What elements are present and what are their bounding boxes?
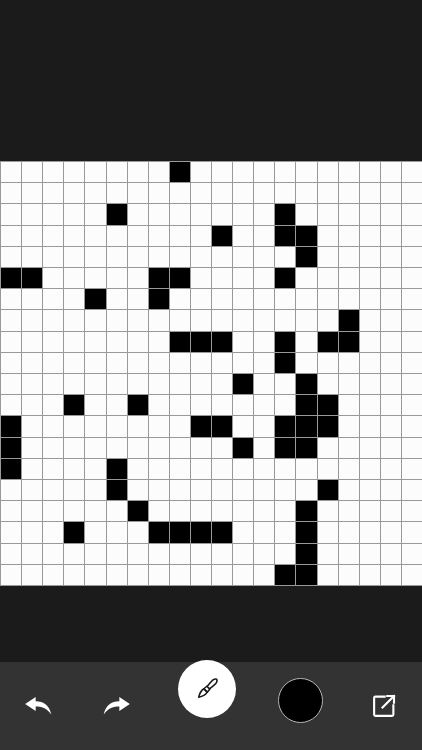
grid-cell[interactable] bbox=[191, 268, 211, 288]
grid-cell[interactable] bbox=[360, 544, 380, 564]
grid-cell[interactable] bbox=[1, 204, 21, 224]
grid-cell[interactable] bbox=[275, 310, 295, 330]
grid-cell[interactable] bbox=[275, 438, 295, 458]
grid-cell[interactable] bbox=[381, 183, 401, 203]
grid-cell[interactable] bbox=[1, 544, 21, 564]
grid-cell[interactable] bbox=[64, 162, 84, 182]
grid-cell[interactable] bbox=[85, 289, 105, 309]
grid-cell[interactable] bbox=[296, 289, 316, 309]
grid-cell[interactable] bbox=[296, 353, 316, 373]
grid-cell[interactable] bbox=[254, 416, 274, 436]
grid-cell[interactable] bbox=[85, 374, 105, 394]
grid-cell[interactable] bbox=[22, 565, 42, 585]
grid-cell[interactable] bbox=[170, 353, 190, 373]
grid-cell[interactable] bbox=[85, 480, 105, 500]
grid-cell[interactable] bbox=[360, 247, 380, 267]
grid-cell[interactable] bbox=[339, 183, 359, 203]
grid-cell[interactable] bbox=[233, 544, 253, 564]
grid-cell[interactable] bbox=[275, 459, 295, 479]
grid-cell[interactable] bbox=[254, 459, 274, 479]
grid-cell[interactable] bbox=[1, 480, 21, 500]
grid-cell[interactable] bbox=[233, 183, 253, 203]
grid-cell[interactable] bbox=[233, 226, 253, 246]
grid-cell[interactable] bbox=[254, 395, 274, 415]
grid-cell[interactable] bbox=[170, 459, 190, 479]
grid-cell[interactable] bbox=[318, 162, 338, 182]
grid-cell[interactable] bbox=[381, 501, 401, 521]
grid-cell[interactable] bbox=[43, 310, 63, 330]
grid-cell[interactable] bbox=[85, 416, 105, 436]
grid-cell[interactable] bbox=[22, 289, 42, 309]
grid-cell[interactable] bbox=[1, 183, 21, 203]
grid-cell[interactable] bbox=[170, 247, 190, 267]
grid-cell[interactable] bbox=[381, 544, 401, 564]
grid-cell[interactable] bbox=[360, 310, 380, 330]
grid-cell[interactable] bbox=[360, 522, 380, 542]
grid-cell[interactable] bbox=[212, 332, 232, 352]
grid-cell[interactable] bbox=[212, 480, 232, 500]
undo-button[interactable] bbox=[20, 690, 56, 722]
grid-cell[interactable] bbox=[402, 247, 422, 267]
grid-cell[interactable] bbox=[85, 438, 105, 458]
grid-cell[interactable] bbox=[22, 544, 42, 564]
grid-cell[interactable] bbox=[339, 310, 359, 330]
grid-cell[interactable] bbox=[296, 480, 316, 500]
grid-cell[interactable] bbox=[233, 289, 253, 309]
grid-cell[interactable] bbox=[212, 204, 232, 224]
grid-cell[interactable] bbox=[128, 226, 148, 246]
grid-cell[interactable] bbox=[107, 501, 127, 521]
grid-cell[interactable] bbox=[254, 544, 274, 564]
grid-cell[interactable] bbox=[107, 226, 127, 246]
grid-cell[interactable] bbox=[233, 332, 253, 352]
grid-cell[interactable] bbox=[43, 459, 63, 479]
grid-cell[interactable] bbox=[402, 544, 422, 564]
grid-cell[interactable] bbox=[43, 268, 63, 288]
grid-cell[interactable] bbox=[233, 353, 253, 373]
grid-cell[interactable] bbox=[339, 395, 359, 415]
grid-cell[interactable] bbox=[64, 522, 84, 542]
grid-cell[interactable] bbox=[318, 416, 338, 436]
grid-cell[interactable] bbox=[128, 247, 148, 267]
grid-cell[interactable] bbox=[107, 183, 127, 203]
grid-cell[interactable] bbox=[22, 268, 42, 288]
grid-cell[interactable] bbox=[339, 522, 359, 542]
grid-cell[interactable] bbox=[339, 268, 359, 288]
grid-cell[interactable] bbox=[381, 416, 401, 436]
grid-cell[interactable] bbox=[233, 522, 253, 542]
grid-cell[interactable] bbox=[170, 204, 190, 224]
grid-cell[interactable] bbox=[402, 332, 422, 352]
grid-cell[interactable] bbox=[22, 501, 42, 521]
grid-cell[interactable] bbox=[360, 459, 380, 479]
grid-cell[interactable] bbox=[128, 565, 148, 585]
grid-cell[interactable] bbox=[1, 438, 21, 458]
grid-cell[interactable] bbox=[170, 162, 190, 182]
grid-cell[interactable] bbox=[402, 395, 422, 415]
grid-cell[interactable] bbox=[360, 438, 380, 458]
grid-cell[interactable] bbox=[402, 565, 422, 585]
grid-cell[interactable] bbox=[43, 480, 63, 500]
grid-cell[interactable] bbox=[318, 544, 338, 564]
grid-cell[interactable] bbox=[1, 374, 21, 394]
grid-cell[interactable] bbox=[64, 310, 84, 330]
grid-cell[interactable] bbox=[402, 268, 422, 288]
grid-cell[interactable] bbox=[318, 522, 338, 542]
grid-cell[interactable] bbox=[212, 416, 232, 436]
grid-cell[interactable] bbox=[128, 268, 148, 288]
grid-cell[interactable] bbox=[381, 480, 401, 500]
grid-cell[interactable] bbox=[275, 204, 295, 224]
grid-cell[interactable] bbox=[22, 353, 42, 373]
grid-cell[interactable] bbox=[43, 374, 63, 394]
grid-cell[interactable] bbox=[318, 501, 338, 521]
grid-cell[interactable] bbox=[381, 395, 401, 415]
grid-cell[interactable] bbox=[22, 310, 42, 330]
grid-cell[interactable] bbox=[233, 416, 253, 436]
grid-cell[interactable] bbox=[149, 501, 169, 521]
grid-cell[interactable] bbox=[107, 268, 127, 288]
grid-cell[interactable] bbox=[43, 544, 63, 564]
grid-cell[interactable] bbox=[64, 289, 84, 309]
grid-cell[interactable] bbox=[128, 183, 148, 203]
grid-cell[interactable] bbox=[318, 438, 338, 458]
grid-cell[interactable] bbox=[275, 183, 295, 203]
grid-cell[interactable] bbox=[128, 501, 148, 521]
grid-cell[interactable] bbox=[275, 268, 295, 288]
grid-cell[interactable] bbox=[22, 332, 42, 352]
grid-cell[interactable] bbox=[85, 395, 105, 415]
grid-cell[interactable] bbox=[360, 565, 380, 585]
grid-cell[interactable] bbox=[318, 268, 338, 288]
grid-cell[interactable] bbox=[170, 522, 190, 542]
grid-cell[interactable] bbox=[107, 395, 127, 415]
grid-cell[interactable] bbox=[107, 416, 127, 436]
grid-cell[interactable] bbox=[381, 289, 401, 309]
grid-cell[interactable] bbox=[85, 459, 105, 479]
grid-cell[interactable] bbox=[296, 395, 316, 415]
grid-cell[interactable] bbox=[360, 204, 380, 224]
grid-cell[interactable] bbox=[212, 374, 232, 394]
grid-cell[interactable] bbox=[275, 162, 295, 182]
grid-cell[interactable] bbox=[360, 183, 380, 203]
grid-cell[interactable] bbox=[43, 183, 63, 203]
grid-cell[interactable] bbox=[43, 332, 63, 352]
grid-cell[interactable] bbox=[254, 332, 274, 352]
grid-cell[interactable] bbox=[254, 268, 274, 288]
grid-cell[interactable] bbox=[107, 162, 127, 182]
grid-cell[interactable] bbox=[191, 395, 211, 415]
grid-cell[interactable] bbox=[318, 480, 338, 500]
grid-cell[interactable] bbox=[275, 395, 295, 415]
grid-cell[interactable] bbox=[381, 204, 401, 224]
grid-cell[interactable] bbox=[43, 247, 63, 267]
grid-cell[interactable] bbox=[1, 459, 21, 479]
grid-cell[interactable] bbox=[1, 162, 21, 182]
grid-cell[interactable] bbox=[85, 332, 105, 352]
grid-cell[interactable] bbox=[85, 183, 105, 203]
grid-cell[interactable] bbox=[339, 374, 359, 394]
grid-cell[interactable] bbox=[275, 544, 295, 564]
grid-cell[interactable] bbox=[170, 183, 190, 203]
grid-cell[interactable] bbox=[43, 353, 63, 373]
grid-cell[interactable] bbox=[360, 374, 380, 394]
grid-cell[interactable] bbox=[318, 374, 338, 394]
grid-cell[interactable] bbox=[64, 247, 84, 267]
grid-cell[interactable] bbox=[233, 459, 253, 479]
grid-cell[interactable] bbox=[191, 226, 211, 246]
grid-cell[interactable] bbox=[170, 501, 190, 521]
grid-cell[interactable] bbox=[107, 247, 127, 267]
grid-cell[interactable] bbox=[64, 332, 84, 352]
grid-cell[interactable] bbox=[170, 268, 190, 288]
grid-cell[interactable] bbox=[85, 310, 105, 330]
grid-cell[interactable] bbox=[85, 226, 105, 246]
grid-cell[interactable] bbox=[275, 247, 295, 267]
grid-cell[interactable] bbox=[381, 162, 401, 182]
grid-cell[interactable] bbox=[254, 565, 274, 585]
grid-cell[interactable] bbox=[296, 438, 316, 458]
grid-cell[interactable] bbox=[85, 204, 105, 224]
grid-cell[interactable] bbox=[339, 501, 359, 521]
grid-cell[interactable] bbox=[107, 459, 127, 479]
grid-cell[interactable] bbox=[318, 395, 338, 415]
grid-cell[interactable] bbox=[1, 565, 21, 585]
grid-cell[interactable] bbox=[318, 565, 338, 585]
grid-cell[interactable] bbox=[254, 183, 274, 203]
grid-cell[interactable] bbox=[296, 459, 316, 479]
grid-cell[interactable] bbox=[402, 522, 422, 542]
grid-cell[interactable] bbox=[85, 522, 105, 542]
grid-cell[interactable] bbox=[64, 226, 84, 246]
grid-cell[interactable] bbox=[339, 480, 359, 500]
grid-cell[interactable] bbox=[381, 226, 401, 246]
grid-cell[interactable] bbox=[22, 374, 42, 394]
grid-cell[interactable] bbox=[233, 204, 253, 224]
grid-cell[interactable] bbox=[170, 544, 190, 564]
grid-cell[interactable] bbox=[149, 480, 169, 500]
grid-cell[interactable] bbox=[381, 268, 401, 288]
grid-cell[interactable] bbox=[318, 459, 338, 479]
grid-cell[interactable] bbox=[296, 374, 316, 394]
grid-cell[interactable] bbox=[254, 310, 274, 330]
grid-cell[interactable] bbox=[339, 438, 359, 458]
grid-cell[interactable] bbox=[43, 289, 63, 309]
grid-cell[interactable] bbox=[318, 204, 338, 224]
grid-cell[interactable] bbox=[170, 565, 190, 585]
grid-cell[interactable] bbox=[296, 544, 316, 564]
grid-cell[interactable] bbox=[170, 395, 190, 415]
grid-cell[interactable] bbox=[1, 395, 21, 415]
grid-cell[interactable] bbox=[64, 268, 84, 288]
grid-cell[interactable] bbox=[149, 438, 169, 458]
grid-cell[interactable] bbox=[296, 162, 316, 182]
grid-cell[interactable] bbox=[64, 353, 84, 373]
grid-cell[interactable] bbox=[1, 501, 21, 521]
grid-cell[interactable] bbox=[360, 395, 380, 415]
grid-cell[interactable] bbox=[318, 332, 338, 352]
grid-cell[interactable] bbox=[318, 247, 338, 267]
grid-cell[interactable] bbox=[233, 501, 253, 521]
grid-cell[interactable] bbox=[296, 310, 316, 330]
grid-cell[interactable] bbox=[402, 310, 422, 330]
grid-cell[interactable] bbox=[1, 416, 21, 436]
grid-cell[interactable] bbox=[107, 480, 127, 500]
grid-cell[interactable] bbox=[128, 416, 148, 436]
grid-cell[interactable] bbox=[191, 438, 211, 458]
grid-cell[interactable] bbox=[22, 395, 42, 415]
grid-cell[interactable] bbox=[318, 310, 338, 330]
grid-cell[interactable] bbox=[128, 395, 148, 415]
grid-cell[interactable] bbox=[318, 353, 338, 373]
grid-cell[interactable] bbox=[191, 289, 211, 309]
grid-cell[interactable] bbox=[381, 353, 401, 373]
grid-cell[interactable] bbox=[107, 522, 127, 542]
grid-cell[interactable] bbox=[339, 289, 359, 309]
grid-cell[interactable] bbox=[360, 162, 380, 182]
grid-cell[interactable] bbox=[360, 289, 380, 309]
grid-cell[interactable] bbox=[1, 226, 21, 246]
grid-cell[interactable] bbox=[339, 226, 359, 246]
grid-cell[interactable] bbox=[191, 247, 211, 267]
grid-cell[interactable] bbox=[402, 374, 422, 394]
pixel-grid[interactable] bbox=[0, 161, 422, 586]
grid-cell[interactable] bbox=[149, 268, 169, 288]
grid-cell[interactable] bbox=[296, 565, 316, 585]
grid-cell[interactable] bbox=[191, 416, 211, 436]
grid-cell[interactable] bbox=[233, 374, 253, 394]
grid-cell[interactable] bbox=[296, 183, 316, 203]
grid-cell[interactable] bbox=[170, 480, 190, 500]
grid-cell[interactable] bbox=[212, 183, 232, 203]
grid-cell[interactable] bbox=[149, 374, 169, 394]
grid-cell[interactable] bbox=[381, 247, 401, 267]
grid-cell[interactable] bbox=[43, 204, 63, 224]
grid-cell[interactable] bbox=[149, 565, 169, 585]
grid-cell[interactable] bbox=[212, 395, 232, 415]
grid-cell[interactable] bbox=[149, 204, 169, 224]
grid-cell[interactable] bbox=[381, 374, 401, 394]
grid-cell[interactable] bbox=[402, 162, 422, 182]
grid-cell[interactable] bbox=[22, 438, 42, 458]
grid-cell[interactable] bbox=[191, 522, 211, 542]
grid-cell[interactable] bbox=[402, 289, 422, 309]
grid-cell[interactable] bbox=[339, 416, 359, 436]
grid-cell[interactable] bbox=[275, 289, 295, 309]
grid-cell[interactable] bbox=[191, 480, 211, 500]
grid-cell[interactable] bbox=[149, 522, 169, 542]
grid-cell[interactable] bbox=[212, 268, 232, 288]
grid-cell[interactable] bbox=[64, 183, 84, 203]
grid-cell[interactable] bbox=[402, 183, 422, 203]
export-button[interactable] bbox=[366, 690, 402, 722]
grid-cell[interactable] bbox=[318, 289, 338, 309]
grid-cell[interactable] bbox=[64, 374, 84, 394]
grid-cell[interactable] bbox=[85, 353, 105, 373]
grid-cell[interactable] bbox=[339, 353, 359, 373]
grid-cell[interactable] bbox=[149, 395, 169, 415]
grid-cell[interactable] bbox=[170, 332, 190, 352]
grid-cell[interactable] bbox=[1, 247, 21, 267]
grid-cell[interactable] bbox=[254, 247, 274, 267]
grid-cell[interactable] bbox=[22, 522, 42, 542]
grid-cell[interactable] bbox=[85, 501, 105, 521]
grid-cell[interactable] bbox=[64, 395, 84, 415]
grid-cell[interactable] bbox=[149, 162, 169, 182]
grid-cell[interactable] bbox=[212, 353, 232, 373]
grid-cell[interactable] bbox=[212, 459, 232, 479]
grid-cell[interactable] bbox=[275, 522, 295, 542]
grid-cell[interactable] bbox=[85, 247, 105, 267]
grid-cell[interactable] bbox=[107, 544, 127, 564]
grid-cell[interactable] bbox=[107, 204, 127, 224]
grid-cell[interactable] bbox=[22, 162, 42, 182]
grid-cell[interactable] bbox=[107, 565, 127, 585]
grid-cell[interactable] bbox=[107, 289, 127, 309]
grid-cell[interactable] bbox=[170, 289, 190, 309]
grid-cell[interactable] bbox=[212, 565, 232, 585]
grid-cell[interactable] bbox=[170, 416, 190, 436]
grid-cell[interactable] bbox=[360, 268, 380, 288]
grid-cell[interactable] bbox=[360, 501, 380, 521]
grid-cell[interactable] bbox=[402, 416, 422, 436]
grid-cell[interactable] bbox=[22, 480, 42, 500]
grid-cell[interactable] bbox=[128, 459, 148, 479]
grid-cell[interactable] bbox=[191, 183, 211, 203]
grid-cell[interactable] bbox=[296, 247, 316, 267]
grid-cell[interactable] bbox=[212, 162, 232, 182]
grid-cell[interactable] bbox=[43, 162, 63, 182]
redo-button[interactable] bbox=[99, 690, 135, 722]
grid-cell[interactable] bbox=[339, 544, 359, 564]
grid-cell[interactable] bbox=[191, 162, 211, 182]
grid-cell[interactable] bbox=[1, 332, 21, 352]
grid-cell[interactable] bbox=[296, 522, 316, 542]
grid-cell[interactable] bbox=[191, 544, 211, 564]
grid-cell[interactable] bbox=[107, 438, 127, 458]
grid-cell[interactable] bbox=[339, 204, 359, 224]
color-swatch-button[interactable] bbox=[278, 678, 323, 723]
grid-cell[interactable] bbox=[318, 183, 338, 203]
grid-cell[interactable] bbox=[296, 416, 316, 436]
grid-cell[interactable] bbox=[85, 162, 105, 182]
grid-cell[interactable] bbox=[254, 226, 274, 246]
grid-cell[interactable] bbox=[233, 247, 253, 267]
grid-cell[interactable] bbox=[381, 438, 401, 458]
grid-cell[interactable] bbox=[402, 480, 422, 500]
grid-cell[interactable] bbox=[43, 522, 63, 542]
grid-cell[interactable] bbox=[402, 501, 422, 521]
grid-cell[interactable] bbox=[128, 204, 148, 224]
grid-cell[interactable] bbox=[275, 332, 295, 352]
grid-cell[interactable] bbox=[43, 501, 63, 521]
grid-cell[interactable] bbox=[191, 459, 211, 479]
grid-cell[interactable] bbox=[22, 226, 42, 246]
grid-cell[interactable] bbox=[43, 438, 63, 458]
grid-cell[interactable] bbox=[212, 438, 232, 458]
grid-cell[interactable] bbox=[1, 289, 21, 309]
grid-cell[interactable] bbox=[212, 310, 232, 330]
grid-cell[interactable] bbox=[22, 459, 42, 479]
grid-cell[interactable] bbox=[43, 565, 63, 585]
grid-cell[interactable] bbox=[275, 480, 295, 500]
grid-cell[interactable] bbox=[149, 226, 169, 246]
grid-cell[interactable] bbox=[402, 459, 422, 479]
grid-cell[interactable] bbox=[275, 353, 295, 373]
grid-cell[interactable] bbox=[128, 289, 148, 309]
grid-cell[interactable] bbox=[296, 268, 316, 288]
grid-cell[interactable] bbox=[381, 310, 401, 330]
